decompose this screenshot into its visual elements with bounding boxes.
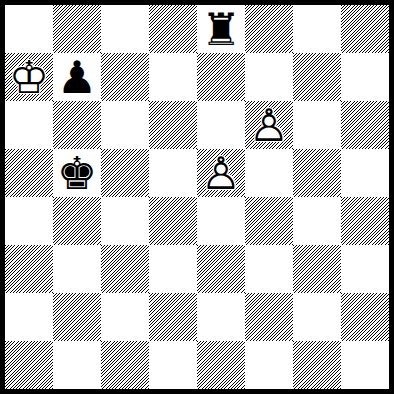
square-d7[interactable]	[149, 53, 197, 101]
square-g5[interactable]	[293, 149, 341, 197]
square-e7[interactable]	[197, 53, 245, 101]
square-e8[interactable]: ♜	[197, 5, 245, 53]
square-b4[interactable]	[53, 197, 101, 245]
white-king-outline-glyph: ♔	[9, 55, 49, 100]
square-c2[interactable]	[101, 293, 149, 341]
black-king-glyph: ♚	[57, 151, 97, 196]
square-d5[interactable]	[149, 149, 197, 197]
square-g4[interactable]	[293, 197, 341, 245]
square-f6[interactable]: ♟♙	[245, 101, 293, 149]
square-f1[interactable]	[245, 341, 293, 389]
square-d2[interactable]	[149, 293, 197, 341]
square-h6[interactable]	[341, 101, 389, 149]
square-a5[interactable]	[5, 149, 53, 197]
black-pawn-glyph: ♟	[57, 55, 97, 100]
square-f8[interactable]	[245, 5, 293, 53]
square-c3[interactable]	[101, 245, 149, 293]
black-king-piece: ♚	[53, 149, 101, 197]
square-e4[interactable]	[197, 197, 245, 245]
square-b3[interactable]	[53, 245, 101, 293]
white-pawn-outline-glyph: ♙	[249, 103, 289, 148]
square-h3[interactable]	[341, 245, 389, 293]
square-d4[interactable]	[149, 197, 197, 245]
square-a7[interactable]: ♚♔	[5, 53, 53, 101]
square-e5[interactable]: ♟♙	[197, 149, 245, 197]
square-g7[interactable]	[293, 53, 341, 101]
square-a6[interactable]	[5, 101, 53, 149]
square-d8[interactable]	[149, 5, 197, 53]
square-c5[interactable]	[101, 149, 149, 197]
square-f4[interactable]	[245, 197, 293, 245]
square-c6[interactable]	[101, 101, 149, 149]
square-e3[interactable]	[197, 245, 245, 293]
white-pawn-outline-glyph: ♙	[201, 151, 241, 196]
square-a4[interactable]	[5, 197, 53, 245]
square-h8[interactable]	[341, 5, 389, 53]
square-e1[interactable]	[197, 341, 245, 389]
chess-board: ♜♚♔♟♟♙♚♟♙	[5, 5, 389, 389]
square-g2[interactable]	[293, 293, 341, 341]
white-king-piece: ♚♔	[5, 53, 53, 101]
square-h2[interactable]	[341, 293, 389, 341]
square-g8[interactable]	[293, 5, 341, 53]
black-rook-glyph: ♜	[201, 7, 241, 52]
square-c8[interactable]	[101, 5, 149, 53]
white-pawn-piece: ♟♙	[245, 101, 293, 149]
square-h7[interactable]	[341, 53, 389, 101]
square-e2[interactable]	[197, 293, 245, 341]
square-b5[interactable]: ♚	[53, 149, 101, 197]
black-rook-piece: ♜	[197, 5, 245, 53]
square-c7[interactable]	[101, 53, 149, 101]
square-a2[interactable]	[5, 293, 53, 341]
square-c1[interactable]	[101, 341, 149, 389]
square-b6[interactable]	[53, 101, 101, 149]
square-f5[interactable]	[245, 149, 293, 197]
square-c4[interactable]	[101, 197, 149, 245]
square-a1[interactable]	[5, 341, 53, 389]
square-h5[interactable]	[341, 149, 389, 197]
square-g3[interactable]	[293, 245, 341, 293]
square-h4[interactable]	[341, 197, 389, 245]
square-a3[interactable]	[5, 245, 53, 293]
square-b2[interactable]	[53, 293, 101, 341]
square-b7[interactable]: ♟	[53, 53, 101, 101]
white-pawn-piece: ♟♙	[197, 149, 245, 197]
square-g6[interactable]	[293, 101, 341, 149]
black-pawn-piece: ♟	[53, 53, 101, 101]
square-f3[interactable]	[245, 245, 293, 293]
square-e6[interactable]	[197, 101, 245, 149]
square-d6[interactable]	[149, 101, 197, 149]
square-b8[interactable]	[53, 5, 101, 53]
square-f2[interactable]	[245, 293, 293, 341]
square-b1[interactable]	[53, 341, 101, 389]
square-h1[interactable]	[341, 341, 389, 389]
square-d3[interactable]	[149, 245, 197, 293]
square-f7[interactable]	[245, 53, 293, 101]
chess-diagram: ♜♚♔♟♟♙♚♟♙	[0, 0, 394, 394]
square-d1[interactable]	[149, 341, 197, 389]
square-g1[interactable]	[293, 341, 341, 389]
square-a8[interactable]	[5, 5, 53, 53]
